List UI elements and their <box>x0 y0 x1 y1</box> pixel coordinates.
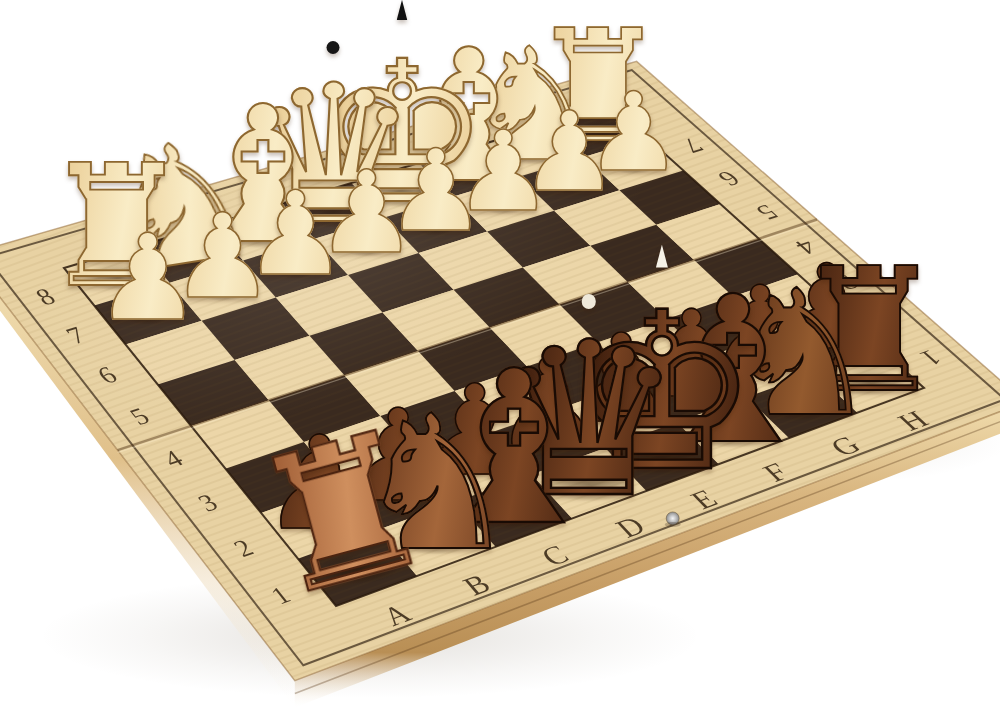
pieces-layer: ♜♞♝♛♚♝♞♜♟♟♟♟♟♟♟♟♟♟♟♟♟♟♟♟♜♞♝♛♚♝♞♜ <box>0 0 1000 710</box>
piece-glyph: ♟ <box>0 219 298 338</box>
queen-ball-finial <box>327 41 340 54</box>
chess-set-photo: ABCDEFGH876543217654321 ♜♞♝♛♚♝♞♜♟♟♟♟♟♟♟♟… <box>0 0 1000 710</box>
